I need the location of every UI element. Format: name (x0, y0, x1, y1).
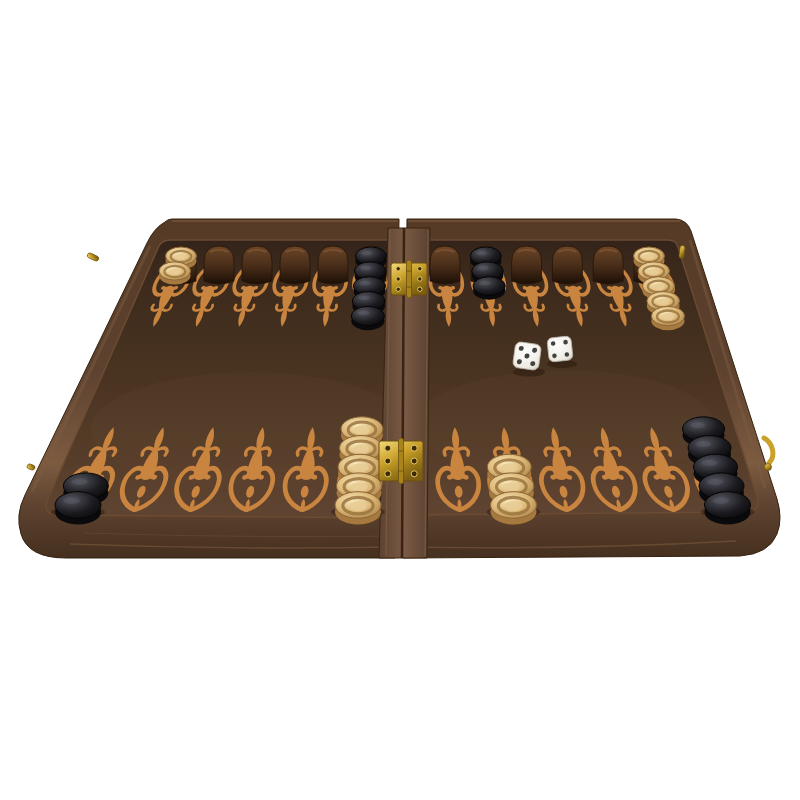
checker-light[interactable] (335, 492, 381, 525)
checker-light[interactable] (651, 306, 684, 330)
checker-dark[interactable] (473, 277, 505, 300)
brass-clasp (87, 252, 100, 262)
back-rail-dome (552, 246, 582, 284)
checker-light[interactable] (491, 492, 537, 525)
checker-dark[interactable] (705, 492, 751, 525)
brass-hinge-back (391, 260, 427, 298)
checker-dark[interactable] (351, 306, 384, 330)
back-rail-dome (512, 246, 542, 284)
checker-light[interactable] (159, 262, 191, 285)
back-rail-dome (318, 246, 348, 284)
die-1[interactable] (512, 341, 541, 370)
checker-dark[interactable] (55, 492, 101, 525)
back-rail-dome (280, 246, 310, 284)
backgammon-board (0, 0, 800, 800)
back-rail-dome (430, 246, 460, 284)
back-rail-dome (204, 246, 234, 284)
backgammon-board-photo (0, 0, 800, 800)
back-rail-dome (593, 246, 623, 284)
brass-clasp (26, 463, 35, 470)
die-2[interactable] (547, 336, 573, 362)
brass-hinge-front (379, 438, 423, 484)
brass-clasp (764, 438, 773, 463)
back-rail-dome (242, 246, 272, 284)
